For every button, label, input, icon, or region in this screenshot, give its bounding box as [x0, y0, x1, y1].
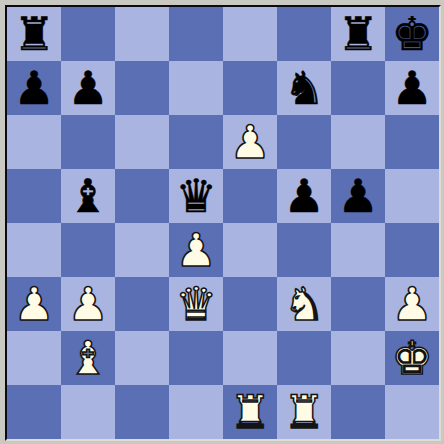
square-f5[interactable]: ♟	[277, 169, 331, 223]
piece-black-pawn[interactable]: ♟	[67, 61, 108, 115]
piece-black-pawn[interactable]: ♟	[391, 61, 432, 115]
square-a8[interactable]: ♜	[7, 7, 61, 61]
square-a3[interactable]: ♟	[7, 277, 61, 331]
square-h8[interactable]: ♚	[385, 7, 439, 61]
square-g8[interactable]: ♜	[331, 7, 385, 61]
piece-black-knight[interactable]: ♞	[283, 61, 324, 115]
square-h7[interactable]: ♟	[385, 61, 439, 115]
square-f2[interactable]	[277, 331, 331, 385]
piece-white-pawn[interactable]: ♟	[175, 223, 216, 277]
square-c8[interactable]	[115, 7, 169, 61]
square-d3[interactable]: ♛	[169, 277, 223, 331]
square-e5[interactable]	[223, 169, 277, 223]
square-f8[interactable]	[277, 7, 331, 61]
square-g2[interactable]	[331, 331, 385, 385]
square-a1[interactable]	[7, 385, 61, 439]
square-h1[interactable]	[385, 385, 439, 439]
square-c4[interactable]	[115, 223, 169, 277]
square-a7[interactable]: ♟	[7, 61, 61, 115]
piece-black-rook[interactable]: ♜	[337, 7, 378, 61]
square-c1[interactable]	[115, 385, 169, 439]
piece-black-pawn[interactable]: ♟	[13, 61, 54, 115]
square-d6[interactable]	[169, 115, 223, 169]
piece-black-queen[interactable]: ♛	[175, 169, 216, 223]
piece-white-queen[interactable]: ♛	[175, 277, 216, 331]
square-f3[interactable]: ♞	[277, 277, 331, 331]
square-g7[interactable]	[331, 61, 385, 115]
square-b4[interactable]	[61, 223, 115, 277]
square-b1[interactable]	[61, 385, 115, 439]
piece-white-pawn[interactable]: ♟	[229, 115, 270, 169]
piece-black-bishop[interactable]: ♝	[67, 169, 108, 223]
square-e2[interactable]	[223, 331, 277, 385]
square-c3[interactable]	[115, 277, 169, 331]
square-g5[interactable]: ♟	[331, 169, 385, 223]
chess-board: ♜♜♚♟♟♞♟♟♝♛♟♟♟♟♟♛♞♟♝♚♜♜	[7, 7, 439, 439]
square-b8[interactable]	[61, 7, 115, 61]
square-d7[interactable]	[169, 61, 223, 115]
piece-black-pawn[interactable]: ♟	[283, 169, 324, 223]
piece-black-pawn[interactable]: ♟	[337, 169, 378, 223]
square-c6[interactable]	[115, 115, 169, 169]
square-e3[interactable]	[223, 277, 277, 331]
square-d1[interactable]	[169, 385, 223, 439]
square-d2[interactable]	[169, 331, 223, 385]
piece-white-rook[interactable]: ♜	[283, 385, 324, 439]
piece-white-pawn[interactable]: ♟	[13, 277, 54, 331]
square-f6[interactable]	[277, 115, 331, 169]
square-a4[interactable]	[7, 223, 61, 277]
square-f7[interactable]: ♞	[277, 61, 331, 115]
piece-white-bishop[interactable]: ♝	[67, 331, 108, 385]
square-b6[interactable]	[61, 115, 115, 169]
square-f4[interactable]	[277, 223, 331, 277]
piece-white-king[interactable]: ♚	[391, 331, 432, 385]
square-b2[interactable]: ♝	[61, 331, 115, 385]
square-g1[interactable]	[331, 385, 385, 439]
square-e1[interactable]: ♜	[223, 385, 277, 439]
piece-black-rook[interactable]: ♜	[13, 7, 54, 61]
square-h5[interactable]	[385, 169, 439, 223]
square-b5[interactable]: ♝	[61, 169, 115, 223]
square-d5[interactable]: ♛	[169, 169, 223, 223]
square-c7[interactable]	[115, 61, 169, 115]
square-g3[interactable]	[331, 277, 385, 331]
square-b3[interactable]: ♟	[61, 277, 115, 331]
square-d8[interactable]	[169, 7, 223, 61]
square-h2[interactable]: ♚	[385, 331, 439, 385]
square-c2[interactable]	[115, 331, 169, 385]
square-e6[interactable]: ♟	[223, 115, 277, 169]
square-e4[interactable]	[223, 223, 277, 277]
square-f1[interactable]: ♜	[277, 385, 331, 439]
board-bevel-border: ♜♜♚♟♟♞♟♟♝♛♟♟♟♟♟♛♞♟♝♚♜♜	[5, 5, 441, 441]
piece-white-pawn[interactable]: ♟	[67, 277, 108, 331]
square-g4[interactable]	[331, 223, 385, 277]
square-h3[interactable]: ♟	[385, 277, 439, 331]
square-c5[interactable]	[115, 169, 169, 223]
square-a2[interactable]	[7, 331, 61, 385]
square-e7[interactable]	[223, 61, 277, 115]
square-b7[interactable]: ♟	[61, 61, 115, 115]
square-a5[interactable]	[7, 169, 61, 223]
square-g6[interactable]	[331, 115, 385, 169]
piece-white-rook[interactable]: ♜	[229, 385, 270, 439]
chess-board-frame: ♜♜♚♟♟♞♟♟♝♛♟♟♟♟♟♛♞♟♝♚♜♜	[0, 0, 444, 444]
piece-black-king[interactable]: ♚	[391, 7, 432, 61]
square-d4[interactable]: ♟	[169, 223, 223, 277]
piece-white-pawn[interactable]: ♟	[391, 277, 432, 331]
square-h4[interactable]	[385, 223, 439, 277]
piece-white-knight[interactable]: ♞	[283, 277, 324, 331]
square-h6[interactable]	[385, 115, 439, 169]
square-a6[interactable]	[7, 115, 61, 169]
square-e8[interactable]	[223, 7, 277, 61]
